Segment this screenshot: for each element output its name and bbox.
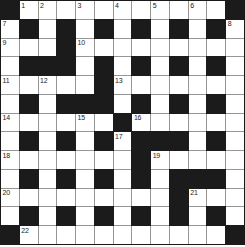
cell-r4c9[interactable] <box>151 57 169 75</box>
clue-number-2: 2 <box>40 2 44 10</box>
clue-number-16: 16 <box>134 114 141 122</box>
clue-number-12: 12 <box>40 77 47 85</box>
cell-r8c3[interactable] <box>39 132 57 150</box>
black-cell-r10c6 <box>95 170 113 188</box>
cell-r12c11[interactable] <box>189 207 207 225</box>
black-cell-r13c1 <box>1 226 19 244</box>
cell-r9c7[interactable] <box>114 151 132 169</box>
cell-r1c11[interactable]: 6 <box>189 1 207 19</box>
cell-r12c1[interactable] <box>1 207 19 225</box>
cell-r8c5[interactable] <box>76 132 94 150</box>
cell-r4c5[interactable] <box>76 57 94 75</box>
cell-r5c13[interactable] <box>226 76 244 94</box>
black-cell-r5c6 <box>95 76 113 94</box>
cell-r13c6[interactable] <box>95 226 113 244</box>
cell-r5c12[interactable] <box>207 76 225 94</box>
cell-r11c12[interactable] <box>207 189 225 207</box>
cell-r1c12[interactable] <box>207 1 225 19</box>
black-cell-r6c12 <box>207 95 225 113</box>
cell-r4c1[interactable] <box>1 57 19 75</box>
cell-r2c9[interactable] <box>151 20 169 38</box>
black-cell-r10c4 <box>57 170 75 188</box>
black-cell-r10c2 <box>20 170 38 188</box>
cell-r3c3[interactable] <box>39 39 57 57</box>
clue-number-14: 14 <box>3 114 10 122</box>
cell-r9c3[interactable] <box>39 151 57 169</box>
cell-r5c8[interactable] <box>132 76 150 94</box>
black-cell-r1c13 <box>226 1 244 19</box>
clue-number-4: 4 <box>115 2 119 10</box>
cell-r6c13[interactable] <box>226 95 244 113</box>
cell-r12c9[interactable] <box>151 207 169 225</box>
cell-r11c4[interactable] <box>57 189 75 207</box>
black-cell-r10c12 <box>207 170 225 188</box>
cell-r4c7[interactable] <box>114 57 132 75</box>
black-cell-r4c4 <box>57 57 75 75</box>
black-cell-r2c4 <box>57 20 75 38</box>
clue-number-9: 9 <box>3 39 7 47</box>
cell-r13c10[interactable] <box>170 226 188 244</box>
black-cell-r4c12 <box>207 57 225 75</box>
black-cell-r12c8 <box>132 207 150 225</box>
cell-r3c9[interactable] <box>151 39 169 57</box>
black-cell-r6c8 <box>132 95 150 113</box>
black-cell-r8c9 <box>151 132 169 150</box>
cell-r12c7[interactable] <box>114 207 132 225</box>
cell-r11c11[interactable]: 21 <box>189 189 207 207</box>
black-cell-r7c7 <box>114 114 132 132</box>
black-cell-r6c5 <box>76 95 94 113</box>
cell-r7c3[interactable] <box>39 114 57 132</box>
cell-r7c8[interactable]: 16 <box>132 114 150 132</box>
black-cell-r10c8 <box>132 170 150 188</box>
cell-r6c9[interactable] <box>151 95 169 113</box>
cell-r13c9[interactable] <box>151 226 169 244</box>
cell-r4c13[interactable] <box>226 57 244 75</box>
cell-r8c11[interactable] <box>189 132 207 150</box>
black-cell-r12c6 <box>95 207 113 225</box>
clue-number-21: 21 <box>190 189 197 197</box>
cell-r9c5[interactable] <box>76 151 94 169</box>
cell-r7c2[interactable] <box>20 114 38 132</box>
black-cell-r2c12 <box>207 20 225 38</box>
black-cell-r8c8 <box>132 132 150 150</box>
black-cell-r2c8 <box>132 20 150 38</box>
black-cell-r3c4 <box>57 39 75 57</box>
black-cell-r8c12 <box>207 132 225 150</box>
clue-number-15: 15 <box>78 114 85 122</box>
cell-r9c10[interactable] <box>170 151 188 169</box>
cell-r7c12[interactable] <box>207 114 225 132</box>
cell-r3c13[interactable] <box>226 39 244 57</box>
cell-r6c3[interactable] <box>39 95 57 113</box>
cell-r5c2[interactable] <box>20 76 38 94</box>
cell-r6c1[interactable] <box>1 95 19 113</box>
black-cell-r4c3 <box>39 57 57 75</box>
cell-r10c1[interactable] <box>1 170 19 188</box>
cell-r9c2[interactable] <box>20 151 38 169</box>
cell-r11c6[interactable] <box>95 189 113 207</box>
cell-r5c11[interactable] <box>189 76 207 94</box>
cell-r4c11[interactable] <box>189 57 207 75</box>
cell-r1c3[interactable]: 2 <box>39 1 57 19</box>
cell-r1c7[interactable]: 4 <box>114 1 132 19</box>
black-cell-r1c1 <box>1 1 19 19</box>
clue-number-8: 8 <box>228 20 232 28</box>
black-cell-r9c8 <box>132 151 150 169</box>
cell-r7c9[interactable] <box>151 114 169 132</box>
cell-r13c2[interactable]: 22 <box>20 226 38 244</box>
cell-r13c5[interactable] <box>76 226 94 244</box>
black-cell-r13c13 <box>226 226 244 244</box>
cell-r10c13[interactable] <box>226 170 244 188</box>
cell-r11c1[interactable]: 20 <box>1 189 19 207</box>
cell-r11c3[interactable] <box>39 189 57 207</box>
cell-r5c5[interactable] <box>76 76 94 94</box>
cell-r3c12[interactable] <box>207 39 225 57</box>
cell-r9c13[interactable] <box>226 151 244 169</box>
cell-r11c7[interactable] <box>114 189 132 207</box>
clue-number-11: 11 <box>3 77 10 85</box>
cell-r1c4[interactable] <box>57 1 75 19</box>
cell-r5c7[interactable]: 13 <box>114 76 132 94</box>
black-cell-r10c10 <box>170 170 188 188</box>
cell-r9c6[interactable] <box>95 151 113 169</box>
cell-r7c4[interactable] <box>57 114 75 132</box>
cell-r10c3[interactable] <box>39 170 57 188</box>
cell-r6c11[interactable] <box>189 95 207 113</box>
cell-r8c13[interactable] <box>226 132 244 150</box>
clue-number-5: 5 <box>153 2 157 10</box>
cell-r13c7[interactable] <box>114 226 132 244</box>
cell-r3c7[interactable] <box>114 39 132 57</box>
cell-r8c1[interactable] <box>1 132 19 150</box>
cell-r3c1[interactable]: 9 <box>1 39 19 57</box>
cell-r9c12[interactable] <box>207 151 225 169</box>
black-cell-r4c10 <box>170 57 188 75</box>
cell-r9c4[interactable] <box>57 151 75 169</box>
cell-r13c4[interactable] <box>57 226 75 244</box>
clue-number-22: 22 <box>21 227 28 235</box>
cell-r3c2[interactable] <box>20 39 38 57</box>
cell-r11c8[interactable] <box>132 189 150 207</box>
cell-r1c8[interactable] <box>132 1 150 19</box>
cell-r3c10[interactable] <box>170 39 188 57</box>
black-cell-r2c2 <box>20 20 38 38</box>
black-cell-r12c2 <box>20 207 38 225</box>
cell-r3c11[interactable] <box>189 39 207 57</box>
cell-r5c3[interactable]: 12 <box>39 76 57 94</box>
cell-r11c9[interactable] <box>151 189 169 207</box>
cell-r11c2[interactable] <box>20 189 38 207</box>
cell-r5c9[interactable] <box>151 76 169 94</box>
clue-number-20: 20 <box>3 189 10 197</box>
clue-number-13: 13 <box>115 77 122 85</box>
clue-number-6: 6 <box>190 2 194 10</box>
cell-r10c5[interactable] <box>76 170 94 188</box>
crossword-grid: 12345678910111213141516171819202122 <box>0 0 245 245</box>
clue-number-19: 19 <box>153 152 160 160</box>
cell-r12c5[interactable] <box>76 207 94 225</box>
black-cell-r6c6 <box>95 95 113 113</box>
clue-number-17: 17 <box>115 133 122 141</box>
cell-r13c11[interactable] <box>189 226 207 244</box>
black-cell-r12c10 <box>170 207 188 225</box>
black-cell-r6c10 <box>170 95 188 113</box>
cell-r8c7[interactable]: 17 <box>114 132 132 150</box>
black-cell-r6c4 <box>57 95 75 113</box>
black-cell-r2c6 <box>95 20 113 38</box>
black-cell-r4c8 <box>132 57 150 75</box>
cell-r3c6[interactable] <box>95 39 113 57</box>
cell-r10c7[interactable] <box>114 170 132 188</box>
cell-r9c1[interactable]: 18 <box>1 151 19 169</box>
cell-r5c4[interactable] <box>57 76 75 94</box>
cell-r5c1[interactable]: 11 <box>1 76 19 94</box>
cell-r1c10[interactable] <box>170 1 188 19</box>
cell-r11c13[interactable] <box>226 189 244 207</box>
cell-r11c5[interactable] <box>76 189 94 207</box>
cell-r7c6[interactable] <box>95 114 113 132</box>
cell-r1c9[interactable]: 5 <box>151 1 169 19</box>
cell-r2c5[interactable] <box>76 20 94 38</box>
cell-r7c5[interactable]: 15 <box>76 114 94 132</box>
clue-number-3: 3 <box>78 2 82 10</box>
black-cell-r11c10 <box>170 189 188 207</box>
cell-r7c10[interactable] <box>170 114 188 132</box>
cell-r2c1[interactable]: 7 <box>1 20 19 38</box>
cell-r6c7[interactable] <box>114 95 132 113</box>
cell-r12c3[interactable] <box>39 207 57 225</box>
cell-r13c8[interactable] <box>132 226 150 244</box>
cell-r2c3[interactable] <box>39 20 57 38</box>
cell-r13c12[interactable] <box>207 226 225 244</box>
cell-r9c9[interactable]: 19 <box>151 151 169 169</box>
cell-r3c5[interactable]: 10 <box>76 39 94 57</box>
clue-number-10: 10 <box>78 39 85 47</box>
cell-r12c13[interactable] <box>226 207 244 225</box>
black-cell-r8c6 <box>95 132 113 150</box>
black-cell-r12c4 <box>57 207 75 225</box>
black-cell-r8c10 <box>170 132 188 150</box>
cell-r9c11[interactable] <box>189 151 207 169</box>
cell-r7c1[interactable]: 14 <box>1 114 19 132</box>
black-cell-r10c11 <box>189 170 207 188</box>
black-cell-r8c2 <box>20 132 38 150</box>
cell-r2c7[interactable] <box>114 20 132 38</box>
black-cell-r8c4 <box>57 132 75 150</box>
clue-number-1: 1 <box>21 2 25 10</box>
cell-r13c3[interactable] <box>39 226 57 244</box>
cell-r7c11[interactable] <box>189 114 207 132</box>
black-cell-r4c6 <box>95 57 113 75</box>
black-cell-r4c2 <box>20 57 38 75</box>
cell-r5c10[interactable] <box>170 76 188 94</box>
cell-r1c5[interactable]: 3 <box>76 1 94 19</box>
black-cell-r6c2 <box>20 95 38 113</box>
cell-r3c8[interactable] <box>132 39 150 57</box>
black-cell-r12c12 <box>207 207 225 225</box>
cell-r2c13[interactable]: 8 <box>226 20 244 38</box>
cell-r1c2[interactable]: 1 <box>20 1 38 19</box>
clue-number-18: 18 <box>3 152 10 160</box>
clue-number-7: 7 <box>3 20 7 28</box>
black-cell-r2c10 <box>170 20 188 38</box>
cell-r7c13[interactable] <box>226 114 244 132</box>
cell-r2c11[interactable] <box>189 20 207 38</box>
cell-r1c6[interactable] <box>95 1 113 19</box>
cell-r10c9[interactable] <box>151 170 169 188</box>
